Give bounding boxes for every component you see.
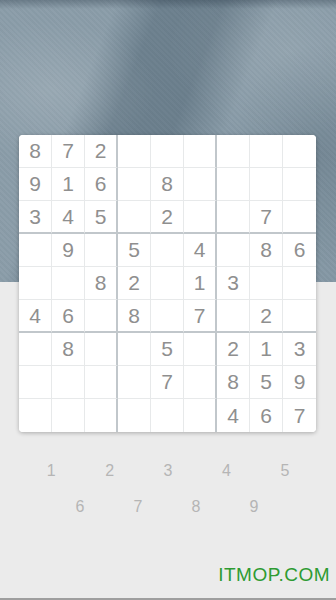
sudoku-cell-r1c8[interactable] [250,135,283,168]
sudoku-cell-r5c4[interactable]: 2 [118,267,151,300]
sudoku-cell-r1c9[interactable] [283,135,316,168]
sudoku-cell-r4c1[interactable] [19,234,52,267]
numpad-button-1[interactable]: 1 [22,459,80,483]
sudoku-cell-r5c6[interactable]: 1 [184,267,217,300]
sudoku-cell-r5c2[interactable] [52,267,85,300]
sudoku-cell-r5c7[interactable]: 3 [217,267,250,300]
sudoku-cell-r7c8[interactable]: 1 [250,333,283,366]
sudoku-cell-r6c3[interactable] [85,300,118,333]
sudoku-cell-r2c3[interactable]: 6 [85,168,118,201]
sudoku-board-card: 87291683452795486821346872852137859467 [19,135,316,432]
numpad-button-6[interactable]: 6 [51,495,109,519]
sudoku-cell-r2c6[interactable] [184,168,217,201]
sudoku-cell-r2c2[interactable]: 1 [52,168,85,201]
sudoku-cell-r6c7[interactable] [217,300,250,333]
sudoku-cell-r7c2[interactable]: 8 [52,333,85,366]
watermark: ITMOP.COM [218,564,330,586]
sudoku-cell-r4c2[interactable]: 9 [52,234,85,267]
sudoku-cell-r5c5[interactable] [151,267,184,300]
sudoku-cell-r9c6[interactable] [184,399,217,432]
sudoku-cell-r3c5[interactable]: 2 [151,201,184,234]
numpad-button-4[interactable]: 4 [197,459,255,483]
sudoku-cell-r1c5[interactable] [151,135,184,168]
sudoku-cell-r3c1[interactable]: 3 [19,201,52,234]
sudoku-cell-r1c2[interactable]: 7 [52,135,85,168]
sudoku-cell-r5c8[interactable] [250,267,283,300]
sudoku-cell-r9c8[interactable]: 6 [250,399,283,432]
sudoku-cell-r6c2[interactable]: 6 [52,300,85,333]
numpad-row-1: 1 2 3 4 5 [22,459,314,483]
sudoku-cell-r9c7[interactable]: 4 [217,399,250,432]
sudoku-cell-r7c6[interactable] [184,333,217,366]
sudoku-cell-r3c7[interactable] [217,201,250,234]
sudoku-cell-r2c8[interactable] [250,168,283,201]
sudoku-cell-r7c5[interactable]: 5 [151,333,184,366]
numpad-button-8[interactable]: 8 [167,495,225,519]
sudoku-cell-r4c7[interactable] [217,234,250,267]
numpad-button-9[interactable]: 9 [225,495,283,519]
sudoku-cell-r1c1[interactable]: 8 [19,135,52,168]
sudoku-cell-r6c5[interactable] [151,300,184,333]
sudoku-cell-r8c1[interactable] [19,366,52,399]
sudoku-cell-r8c2[interactable] [52,366,85,399]
sudoku-cell-r4c3[interactable] [85,234,118,267]
sudoku-cell-r6c6[interactable]: 7 [184,300,217,333]
sudoku-cell-r4c6[interactable]: 4 [184,234,217,267]
sudoku-cell-r4c5[interactable] [151,234,184,267]
sudoku-cell-r8c4[interactable] [118,366,151,399]
sudoku-cell-r9c4[interactable] [118,399,151,432]
sudoku-cell-r6c8[interactable]: 2 [250,300,283,333]
sudoku-cell-r2c1[interactable]: 9 [19,168,52,201]
sudoku-cell-r2c5[interactable]: 8 [151,168,184,201]
sudoku-cell-r1c4[interactable] [118,135,151,168]
sudoku-cell-r5c9[interactable] [283,267,316,300]
sudoku-cell-r4c8[interactable]: 8 [250,234,283,267]
sudoku-cell-r3c6[interactable] [184,201,217,234]
sudoku-cell-r9c3[interactable] [85,399,118,432]
sudoku-cell-r7c4[interactable] [118,333,151,366]
sudoku-cell-r2c9[interactable] [283,168,316,201]
sudoku-cell-r5c3[interactable]: 8 [85,267,118,300]
sudoku-cell-r1c6[interactable] [184,135,217,168]
sudoku-cell-r9c9[interactable]: 7 [283,399,316,432]
sudoku-cell-r3c8[interactable]: 7 [250,201,283,234]
sudoku-board: 87291683452795486821346872852137859467 [19,135,316,432]
sudoku-cell-r8c3[interactable] [85,366,118,399]
numpad-button-3[interactable]: 3 [139,459,197,483]
sudoku-cell-r9c2[interactable] [52,399,85,432]
sudoku-cell-r7c3[interactable] [85,333,118,366]
sudoku-cell-r3c3[interactable]: 5 [85,201,118,234]
sudoku-cell-r1c3[interactable]: 2 [85,135,118,168]
sudoku-cell-r6c1[interactable]: 4 [19,300,52,333]
sudoku-cell-r7c9[interactable]: 3 [283,333,316,366]
sudoku-cell-r7c1[interactable] [19,333,52,366]
sudoku-cell-r3c4[interactable] [118,201,151,234]
sudoku-cell-r4c4[interactable]: 5 [118,234,151,267]
sudoku-cell-r8c5[interactable]: 7 [151,366,184,399]
numpad-button-5[interactable]: 5 [256,459,314,483]
sudoku-cell-r6c4[interactable]: 8 [118,300,151,333]
sudoku-cell-r1c7[interactable] [217,135,250,168]
sudoku-cell-r8c6[interactable] [184,366,217,399]
sudoku-cell-r4c9[interactable]: 6 [283,234,316,267]
sudoku-cell-r9c5[interactable] [151,399,184,432]
sudoku-cell-r8c9[interactable]: 9 [283,366,316,399]
sudoku-cell-r2c7[interactable] [217,168,250,201]
sudoku-cell-r5c1[interactable] [19,267,52,300]
sudoku-cell-r8c8[interactable]: 5 [250,366,283,399]
sudoku-cell-r6c9[interactable] [283,300,316,333]
sudoku-cell-r3c2[interactable]: 4 [52,201,85,234]
sudoku-cell-r3c9[interactable] [283,201,316,234]
numpad-button-7[interactable]: 7 [109,495,167,519]
numpad-button-2[interactable]: 2 [80,459,138,483]
sudoku-cell-r7c7[interactable]: 2 [217,333,250,366]
numpad-row-2: 6 7 8 9 [51,495,283,519]
sudoku-cell-r9c1[interactable] [19,399,52,432]
sudoku-cell-r2c4[interactable] [118,168,151,201]
sudoku-cell-r8c7[interactable]: 8 [217,366,250,399]
